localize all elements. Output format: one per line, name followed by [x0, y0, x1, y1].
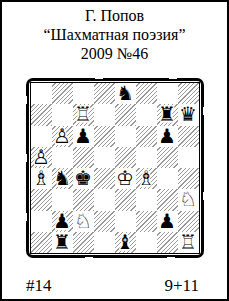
- piece-backing-mask: ♚: [115, 168, 136, 189]
- square-h2: [178, 211, 199, 232]
- piece-backing-mask: ♟: [73, 126, 94, 147]
- square-e6: [115, 126, 136, 147]
- piece-backing-mask: ♜: [52, 232, 73, 253]
- black-pawn-c6: ♟: [73, 126, 94, 147]
- square-b3: [52, 189, 73, 210]
- black-pawn-g6: ♟: [157, 126, 178, 147]
- author-line: Г. Попов: [2, 6, 227, 25]
- diagram-header: Г. Попов “Шахматная поэзия” 2009 №46: [2, 6, 227, 63]
- square-e2: [115, 211, 136, 232]
- square-g4: [157, 168, 178, 189]
- square-f5: [136, 147, 157, 168]
- square-f4: ♝♗: [136, 168, 157, 189]
- square-d8: [94, 83, 115, 104]
- square-g1: [157, 232, 178, 253]
- square-b2: ♟♟: [52, 211, 73, 232]
- square-g7: ♜♜: [157, 104, 178, 125]
- square-a4: ♝♗: [31, 168, 52, 189]
- chess-board: ♞♞♜♖♜♜♛♛♟♙♟♟♟♟♟♙♝♗♞♞♚♚♚♔♝♗♞♘♟♟♞♘♟♟♜♜♝♝♜♖: [31, 83, 199, 253]
- square-b8: [52, 83, 73, 104]
- square-b4: ♞♞: [52, 168, 73, 189]
- square-c3: [73, 189, 94, 210]
- square-g8: [157, 83, 178, 104]
- black-knight-b4: ♞: [52, 168, 73, 189]
- square-c6: ♟♟: [73, 126, 94, 147]
- square-c8: [73, 83, 94, 104]
- square-f8: [136, 83, 157, 104]
- square-h6: [178, 126, 199, 147]
- piece-backing-mask: ♝: [31, 168, 52, 189]
- piece-backing-mask: ♞: [52, 168, 73, 189]
- square-f1: [136, 232, 157, 253]
- square-c2: ♞♘: [73, 211, 94, 232]
- white-bishop-f4: ♗: [136, 168, 157, 189]
- white-knight-h3: ♘: [178, 189, 199, 210]
- square-h7: ♛♛: [178, 104, 199, 125]
- square-b1: ♜♜: [52, 232, 73, 253]
- white-rook-c7: ♖: [73, 104, 94, 125]
- square-b6: ♟♙: [52, 126, 73, 147]
- square-d2: [94, 211, 115, 232]
- square-e5: [115, 147, 136, 168]
- square-f7: [136, 104, 157, 125]
- board-frame: ♞♞♜♖♜♜♛♛♟♙♟♟♟♟♟♙♝♗♞♞♚♚♚♔♝♗♞♘♟♟♞♘♟♟♜♜♝♝♜♖: [26, 78, 204, 258]
- white-pawn-a5: ♙: [31, 147, 52, 168]
- square-e7: [115, 104, 136, 125]
- square-c1: [73, 232, 94, 253]
- square-a3: [31, 189, 52, 210]
- white-bishop-a4: ♗: [31, 168, 52, 189]
- square-b5: [52, 147, 73, 168]
- piece-backing-mask: ♜: [178, 232, 199, 253]
- square-e3: [115, 189, 136, 210]
- piece-backing-mask: ♟: [52, 211, 73, 232]
- square-a5: ♟♙: [31, 147, 52, 168]
- black-rook-g7: ♜: [157, 104, 178, 125]
- black-knight-e8: ♞: [115, 83, 136, 104]
- square-a2: [31, 211, 52, 232]
- piece-backing-mask: ♞: [73, 211, 94, 232]
- square-g3: [157, 189, 178, 210]
- piece-backing-mask: ♝: [115, 232, 136, 253]
- square-d4: [94, 168, 115, 189]
- square-a1: [31, 232, 52, 253]
- square-f2: [136, 211, 157, 232]
- black-king-c4: ♚: [73, 168, 94, 189]
- black-pawn-g2: ♟: [157, 211, 178, 232]
- square-h8: [178, 83, 199, 104]
- black-rook-b1: ♜: [52, 232, 73, 253]
- square-d3: [94, 189, 115, 210]
- black-queen-h7: ♛: [178, 104, 199, 125]
- piece-backing-mask: ♜: [73, 104, 94, 125]
- square-g6: ♟♟: [157, 126, 178, 147]
- problem-card: Г. Попов “Шахматная поэзия” 2009 №46 ♞♞♜…: [0, 0, 229, 301]
- square-h1: ♜♖: [178, 232, 199, 253]
- square-c7: ♜♖: [73, 104, 94, 125]
- piece-backing-mask: ♟: [157, 211, 178, 232]
- square-d5: [94, 147, 115, 168]
- square-d1: [94, 232, 115, 253]
- piece-backing-mask: ♜: [157, 104, 178, 125]
- black-pawn-b2: ♟: [52, 211, 73, 232]
- black-bishop-e1: ♝: [115, 232, 136, 253]
- square-c4: ♚♚: [73, 168, 94, 189]
- piece-backing-mask: ♟: [31, 147, 52, 168]
- piece-backing-mask: ♚: [73, 168, 94, 189]
- piece-backing-mask: ♞: [115, 83, 136, 104]
- piece-backing-mask: ♞: [178, 189, 199, 210]
- white-rook-h1: ♖: [178, 232, 199, 253]
- square-d7: [94, 104, 115, 125]
- square-e8: ♞♞: [115, 83, 136, 104]
- white-knight-c2: ♘: [73, 211, 94, 232]
- square-f6: [136, 126, 157, 147]
- stipulation-label: #14: [26, 276, 52, 296]
- piece-backing-mask: ♟: [157, 126, 178, 147]
- square-f3: [136, 189, 157, 210]
- square-h4: [178, 168, 199, 189]
- square-e1: ♝♝: [115, 232, 136, 253]
- square-a7: [31, 104, 52, 125]
- material-count-label: 9+11: [165, 276, 199, 296]
- square-g5: [157, 147, 178, 168]
- piece-backing-mask: ♟: [52, 126, 73, 147]
- white-pawn-b6: ♙: [52, 126, 73, 147]
- square-g2: ♟♟: [157, 211, 178, 232]
- square-e4: ♚♔: [115, 168, 136, 189]
- square-c5: [73, 147, 94, 168]
- square-h5: [178, 147, 199, 168]
- square-a6: [31, 126, 52, 147]
- square-b7: [52, 104, 73, 125]
- piece-backing-mask: ♛: [178, 104, 199, 125]
- piece-backing-mask: ♝: [136, 168, 157, 189]
- board-inner-frame: ♞♞♜♖♜♜♛♛♟♙♟♟♟♟♟♙♝♗♞♞♚♚♚♔♝♗♞♘♟♟♞♘♟♟♜♜♝♝♜♖: [30, 82, 200, 254]
- square-h3: ♞♘: [178, 189, 199, 210]
- year-number-line: 2009 №46: [2, 44, 227, 63]
- square-d6: [94, 126, 115, 147]
- source-line: “Шахматная поэзия”: [2, 25, 227, 44]
- white-king-e4: ♔: [115, 168, 136, 189]
- square-a8: [31, 83, 52, 104]
